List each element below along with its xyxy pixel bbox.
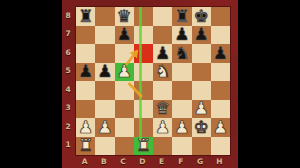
rank-labels: 87654321 xyxy=(62,6,74,154)
square-a4[interactable] xyxy=(76,81,95,100)
square-g6[interactable] xyxy=(192,44,211,63)
square-c7[interactable]: ♟ xyxy=(115,26,134,45)
square-b6[interactable] xyxy=(95,44,114,63)
white-pawn-g3[interactable]: ♟ xyxy=(194,100,209,117)
white-pawn-c5[interactable]: ♟ xyxy=(117,63,132,80)
white-pawn-e2[interactable]: ♟ xyxy=(155,119,170,136)
square-d3[interactable] xyxy=(134,100,153,119)
square-c5[interactable]: ♟ xyxy=(115,63,134,82)
black-rook-a8[interactable]: ♜ xyxy=(78,8,93,25)
rank-label-7: 7 xyxy=(62,25,74,44)
square-g3[interactable]: ♟ xyxy=(192,100,211,119)
square-b1[interactable] xyxy=(95,137,114,156)
square-g5[interactable] xyxy=(192,63,211,82)
square-g2[interactable]: ♚ xyxy=(192,118,211,137)
rank-label-1: 1 xyxy=(62,136,74,155)
square-e8[interactable] xyxy=(153,7,172,26)
square-b3[interactable] xyxy=(95,100,114,119)
square-h4[interactable] xyxy=(211,81,230,100)
white-pawn-a2[interactable]: ♟ xyxy=(78,119,93,136)
square-d1[interactable]: ♜ xyxy=(134,137,153,156)
square-a6[interactable] xyxy=(76,44,95,63)
rank-label-6: 6 xyxy=(62,43,74,62)
letterbox-right xyxy=(238,0,300,168)
white-pawn-b2[interactable]: ♟ xyxy=(97,119,112,136)
rank-label-5: 5 xyxy=(62,62,74,81)
black-rook-f8[interactable]: ♜ xyxy=(174,8,189,25)
square-b5[interactable]: ♟ xyxy=(95,63,114,82)
square-f6[interactable]: ♞ xyxy=(172,44,191,63)
black-pawn-e6[interactable]: ♟ xyxy=(155,45,170,62)
square-c6[interactable] xyxy=(115,44,134,63)
square-g1[interactable] xyxy=(192,137,211,156)
square-b4[interactable] xyxy=(95,81,114,100)
black-pawn-h6[interactable]: ♟ xyxy=(213,45,228,62)
square-e3[interactable]: ♛ xyxy=(153,100,172,119)
square-b8[interactable] xyxy=(95,7,114,26)
square-a2[interactable]: ♟ xyxy=(76,118,95,137)
file-label-h: H xyxy=(210,155,229,167)
square-d7[interactable] xyxy=(134,26,153,45)
rank-label-4: 4 xyxy=(62,80,74,99)
rank-label-2: 2 xyxy=(62,117,74,136)
square-e1[interactable] xyxy=(153,137,172,156)
square-f1[interactable] xyxy=(172,137,191,156)
square-g4[interactable] xyxy=(192,81,211,100)
square-f4[interactable] xyxy=(172,81,191,100)
file-labels: ABCDEFGH xyxy=(75,155,229,167)
square-d8[interactable] xyxy=(134,7,153,26)
square-h3[interactable] xyxy=(211,100,230,119)
square-h1[interactable] xyxy=(211,137,230,156)
chess-app-screen: 87654321 ABCDEFGH ♜♛♜♚♟♟♟♟♞♟♟♟♟♞♛♟♟♟♟♟♚♟… xyxy=(0,0,300,168)
square-f7[interactable]: ♟ xyxy=(172,26,191,45)
file-label-g: G xyxy=(191,155,210,167)
square-d6[interactable] xyxy=(134,44,153,63)
square-f3[interactable] xyxy=(172,100,191,119)
file-label-b: B xyxy=(94,155,113,167)
square-h5[interactable] xyxy=(211,63,230,82)
square-c8[interactable]: ♛ xyxy=(115,7,134,26)
white-rook-d1[interactable]: ♜ xyxy=(136,137,151,154)
file-label-e: E xyxy=(152,155,171,167)
black-pawn-a5[interactable]: ♟ xyxy=(78,63,93,80)
white-king-g2[interactable]: ♚ xyxy=(194,119,209,136)
square-c3[interactable] xyxy=(115,100,134,119)
square-f5[interactable] xyxy=(172,63,191,82)
square-a8[interactable]: ♜ xyxy=(76,7,95,26)
white-pawn-f2[interactable]: ♟ xyxy=(174,119,189,136)
square-f8[interactable]: ♜ xyxy=(172,7,191,26)
square-c4[interactable] xyxy=(115,81,134,100)
square-d4[interactable] xyxy=(134,81,153,100)
black-pawn-b5[interactable]: ♟ xyxy=(97,63,112,80)
square-b7[interactable] xyxy=(95,26,114,45)
file-label-a: A xyxy=(75,155,94,167)
square-a1[interactable]: ♜ xyxy=(76,137,95,156)
square-b2[interactable]: ♟ xyxy=(95,118,114,137)
square-h7[interactable] xyxy=(211,26,230,45)
square-e7[interactable] xyxy=(153,26,172,45)
square-f2[interactable]: ♟ xyxy=(172,118,191,137)
square-g7[interactable]: ♟ xyxy=(192,26,211,45)
square-h6[interactable]: ♟ xyxy=(211,44,230,63)
rank-label-3: 3 xyxy=(62,99,74,118)
square-a5[interactable]: ♟ xyxy=(76,63,95,82)
black-pawn-c7[interactable]: ♟ xyxy=(117,26,132,43)
square-g8[interactable]: ♚ xyxy=(192,7,211,26)
white-rook-a1[interactable]: ♜ xyxy=(78,137,93,154)
black-king-g8[interactable]: ♚ xyxy=(194,8,209,25)
square-c2[interactable] xyxy=(115,118,134,137)
black-knight-f6[interactable]: ♞ xyxy=(174,45,189,62)
square-e6[interactable]: ♟ xyxy=(153,44,172,63)
square-a3[interactable] xyxy=(76,100,95,119)
black-pawn-g7[interactable]: ♟ xyxy=(194,26,209,43)
file-label-d: D xyxy=(133,155,152,167)
white-queen-e3[interactable]: ♛ xyxy=(155,100,170,117)
white-knight-e5[interactable]: ♞ xyxy=(155,63,170,80)
square-h8[interactable] xyxy=(211,7,230,26)
file-label-c: C xyxy=(114,155,133,167)
file-label-f: F xyxy=(171,155,190,167)
square-d2[interactable] xyxy=(134,118,153,137)
black-pawn-f7[interactable]: ♟ xyxy=(174,26,189,43)
black-queen-c8[interactable]: ♛ xyxy=(117,8,132,25)
square-h2[interactable]: ♟ xyxy=(211,118,230,137)
square-e5[interactable]: ♞ xyxy=(153,63,172,82)
rank-label-8: 8 xyxy=(62,6,74,25)
square-e4[interactable] xyxy=(153,81,172,100)
square-d5[interactable] xyxy=(134,63,153,82)
square-c1[interactable] xyxy=(115,137,134,156)
square-e2[interactable]: ♟ xyxy=(153,118,172,137)
letterbox-left xyxy=(0,0,62,168)
square-a7[interactable] xyxy=(76,26,95,45)
white-pawn-h2[interactable]: ♟ xyxy=(213,119,228,136)
chess-board: ♜♛♜♚♟♟♟♟♞♟♟♟♟♞♛♟♟♟♟♟♚♟♜♜ xyxy=(75,6,231,156)
